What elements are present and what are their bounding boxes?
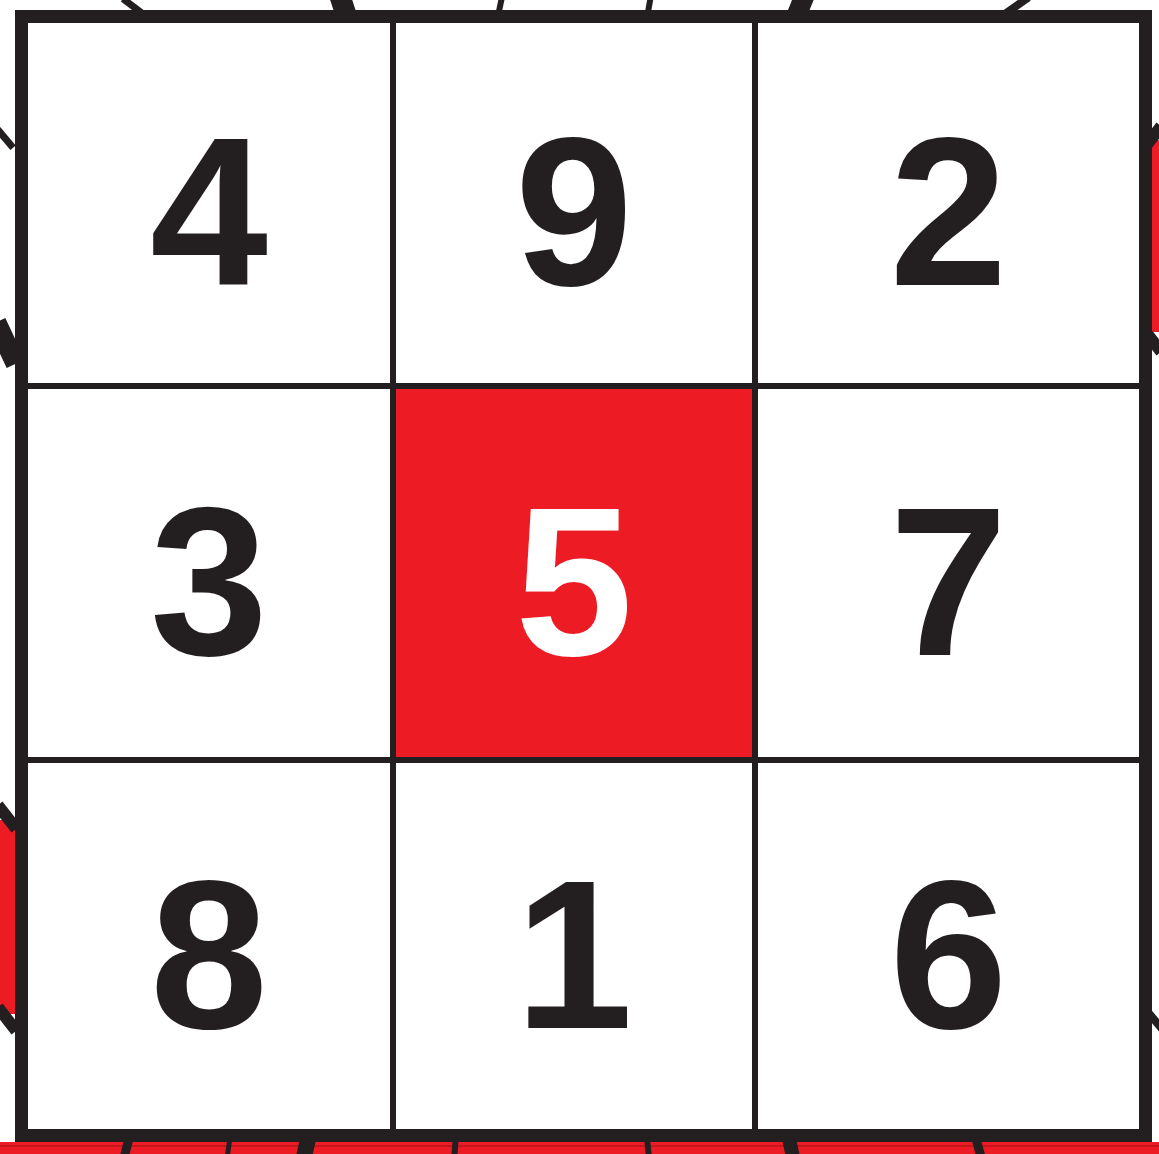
cell-r2c0: 8 xyxy=(28,763,390,1129)
cell-r1c0: 3 xyxy=(28,389,390,757)
cell-r2c1: 1 xyxy=(396,763,752,1129)
cell-digit: 2 xyxy=(890,106,1008,318)
dartboard-ring-seam xyxy=(0,1145,1159,1147)
cell-digit: 8 xyxy=(150,849,268,1061)
cell-digit: 1 xyxy=(515,849,633,1061)
dartboard-wire-fragment xyxy=(0,118,16,150)
cell-r0c1: 9 xyxy=(396,23,752,383)
cell-r0c0: 4 xyxy=(28,23,390,383)
cell-digit: 4 xyxy=(150,106,268,318)
cell-r1c2: 7 xyxy=(758,389,1139,757)
cell-r2c2: 6 xyxy=(758,763,1139,1129)
cell-digit: 7 xyxy=(890,476,1008,688)
magic-square-grid: 4 9 2 3 5 7 8 1 6 xyxy=(15,10,1152,1142)
dartboard-red-segment-left xyxy=(0,820,15,1014)
cell-digit: 3 xyxy=(150,476,268,688)
cell-digit: 6 xyxy=(890,849,1008,1061)
cell-r0c2: 2 xyxy=(758,23,1139,383)
dartboard-red-segment-right xyxy=(1151,140,1159,332)
cell-digit: 5 xyxy=(515,476,633,688)
cell-r1c1: 5 xyxy=(396,389,752,757)
cell-digit: 9 xyxy=(515,106,633,318)
dartboard-red-band-bottom xyxy=(0,1142,1159,1154)
